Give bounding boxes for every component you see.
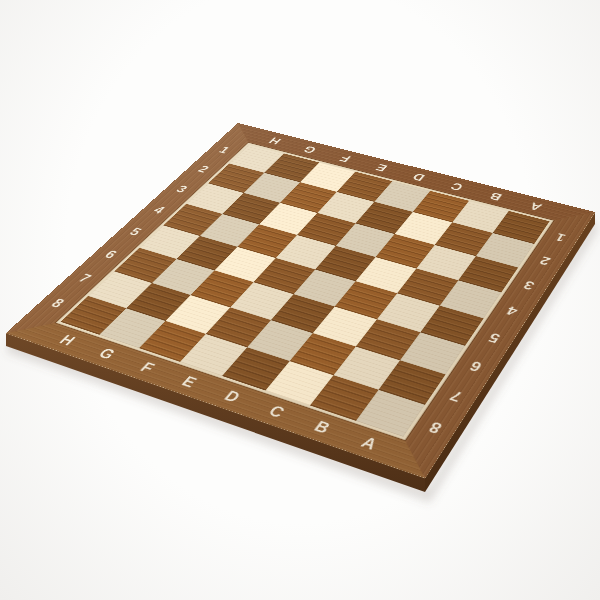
product-photo-stage: HH11GG22FF33EE44DD55CC66BB77AA88 [0, 0, 600, 600]
